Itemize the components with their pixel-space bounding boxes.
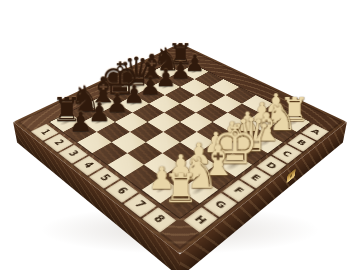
perspective-scene: 12345678 HGFEDCBA ♜♞♝♚♛♝♞♜♟♟♟♟♟♟♟♟♟♟♟♟♟♟… [0, 0, 360, 270]
chess-board: 12345678 HGFEDCBA ♜♞♝♚♛♝♞♜♟♟♟♟♟♟♟♟♟♟♟♟♟♟… [13, 43, 347, 254]
white-r-glyph: ♜ [162, 168, 198, 208]
black-p-glyph: ♟ [68, 108, 92, 135]
brass-clasp [286, 168, 296, 183]
chess-set-photo: 12345678 HGFEDCBA ♜♞♝♚♛♝♞♜♟♟♟♟♟♟♟♟♟♟♟♟♟♟… [0, 0, 360, 270]
